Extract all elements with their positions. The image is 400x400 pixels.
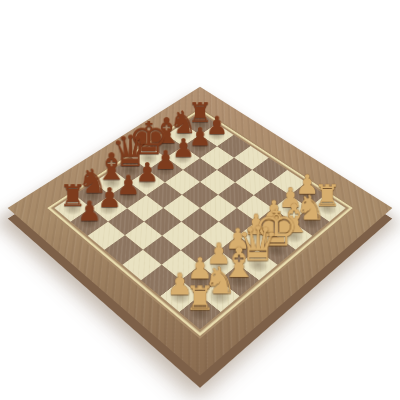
square-a1: ♜ — [180, 296, 221, 329]
product-photo: ♜♟♟♜♞♟♟♞♝♟♟♝♚♟♟♚♛♟♟♛♝♟♟♝♞♟♟♞♜♟♟♜ — [0, 0, 400, 400]
piece-glyph: ♜ — [185, 282, 215, 316]
board-frame: ♜♟♟♜♞♟♟♞♝♟♟♝♚♟♟♚♛♟♟♛♝♟♟♝♞♟♟♞♜♟♟♜ — [8, 87, 393, 376]
square-e5 — [182, 182, 218, 208]
chess-board: ♜♟♟♜♞♟♟♞♝♟♟♝♚♟♟♚♛♟♟♛♝♟♟♝♞♟♟♞♜♟♟♜ — [8, 87, 393, 376]
square-c5 — [145, 208, 182, 235]
square-a7: ♟ — [71, 208, 108, 235]
scene: ♜♟♟♜♞♟♟♞♝♟♟♝♚♟♟♚♛♟♟♛♝♟♟♝♞♟♟♞♜♟♟♜ — [0, 0, 400, 400]
square-a4 — [122, 250, 161, 280]
piece-glyph: ♟ — [77, 197, 102, 224]
